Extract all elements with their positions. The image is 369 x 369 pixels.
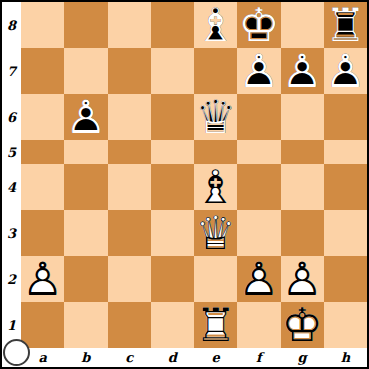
square-a1[interactable] — [21, 302, 64, 348]
piece-fill-glyph: ♚ — [282, 302, 323, 348]
piece-outline-glyph: ♙ — [282, 256, 323, 302]
file-label-text: b — [81, 350, 90, 365]
piece-fill-glyph: ♜ — [195, 302, 236, 348]
square-d3[interactable] — [151, 210, 194, 256]
square-e7[interactable] — [194, 48, 237, 94]
square-h8[interactable]: ♜♖ — [324, 2, 367, 48]
file-label-text: h — [341, 350, 350, 365]
piece-black-pawn[interactable]: ♟♙ — [325, 48, 366, 94]
square-f7[interactable]: ♟♙ — [237, 48, 280, 94]
square-d7[interactable] — [151, 48, 194, 94]
square-a6[interactable] — [21, 94, 64, 140]
file-label-c: c — [108, 348, 151, 367]
rank-label-text: 1 — [7, 318, 16, 333]
square-f3[interactable] — [237, 210, 280, 256]
file-label-text: g — [298, 350, 307, 365]
square-g1[interactable]: ♚♔ — [281, 302, 324, 348]
square-c7[interactable] — [108, 48, 151, 94]
rank-label-4: 4 — [2, 164, 21, 210]
piece-fill-glyph: ♟ — [325, 48, 366, 94]
rank-label-3: 3 — [2, 210, 21, 256]
square-g4[interactable] — [281, 164, 324, 210]
piece-outline-glyph: ♕ — [195, 210, 236, 256]
square-a4[interactable] — [21, 164, 64, 210]
square-e8[interactable]: ♝♗ — [194, 2, 237, 48]
file-label-d: d — [151, 348, 194, 367]
piece-outline-glyph: ♖ — [195, 302, 236, 348]
square-b2[interactable] — [64, 256, 107, 302]
piece-fill-glyph: ♛ — [195, 210, 236, 256]
square-f5[interactable] — [237, 140, 280, 164]
square-a2[interactable]: ♟♙ — [21, 256, 64, 302]
piece-fill-glyph: ♟ — [22, 256, 63, 302]
square-b5[interactable] — [64, 140, 107, 164]
square-d2[interactable] — [151, 256, 194, 302]
square-e1[interactable]: ♜♖ — [194, 302, 237, 348]
square-e4[interactable]: ♝♗ — [194, 164, 237, 210]
piece-fill-glyph: ♛ — [195, 94, 236, 140]
square-d8[interactable] — [151, 2, 194, 48]
square-g8[interactable] — [281, 2, 324, 48]
square-c5[interactable] — [108, 140, 151, 164]
piece-white-bishop[interactable]: ♝♗ — [195, 164, 236, 210]
file-label-text: d — [168, 350, 177, 365]
square-h1[interactable] — [324, 302, 367, 348]
square-d1[interactable] — [151, 302, 194, 348]
square-d5[interactable] — [151, 140, 194, 164]
rank-label-text: 7 — [7, 64, 16, 79]
square-c4[interactable] — [108, 164, 151, 210]
piece-outline-glyph: ♙ — [325, 48, 366, 94]
square-c1[interactable] — [108, 302, 151, 348]
rank-label-7: 7 — [2, 48, 21, 94]
white-to-move-icon — [3, 339, 30, 366]
piece-white-pawn[interactable]: ♟♙ — [282, 256, 323, 302]
piece-outline-glyph: ♔ — [282, 302, 323, 348]
square-g6[interactable] — [281, 94, 324, 140]
rank-label-text: 5 — [7, 145, 16, 160]
square-b8[interactable] — [64, 2, 107, 48]
square-h3[interactable] — [324, 210, 367, 256]
square-b7[interactable] — [64, 48, 107, 94]
square-g3[interactable] — [281, 210, 324, 256]
piece-outline-glyph: ♙ — [238, 256, 279, 302]
piece-white-queen[interactable]: ♛♕ — [195, 210, 236, 256]
square-h4[interactable] — [324, 164, 367, 210]
square-h7[interactable]: ♟♙ — [324, 48, 367, 94]
rank-label-text: 6 — [7, 110, 16, 125]
rank-label-text: 2 — [7, 272, 16, 287]
piece-fill-glyph: ♟ — [238, 256, 279, 302]
file-label-f: f — [237, 348, 280, 367]
piece-black-queen[interactable]: ♛♕ — [195, 94, 236, 140]
rank-label-6: 6 — [2, 94, 21, 140]
piece-white-rook[interactable]: ♜♖ — [195, 302, 236, 348]
square-a8[interactable] — [21, 2, 64, 48]
chess-board: 8♝♗♚♔♜♖7♟♙♟♙♟♙6♟♙♛♕54♝♗3♛♕2♟♙♟♙♟♙1♜♖♚♔ab… — [2, 2, 367, 367]
file-label-text: f — [256, 350, 262, 365]
square-a3[interactable] — [21, 210, 64, 256]
piece-white-king[interactable]: ♚♔ — [282, 302, 323, 348]
piece-outline-glyph: ♙ — [22, 256, 63, 302]
square-b4[interactable] — [64, 164, 107, 210]
square-b6[interactable]: ♟♙ — [64, 94, 107, 140]
square-g7[interactable]: ♟♙ — [281, 48, 324, 94]
piece-black-king[interactable]: ♚♔ — [238, 2, 279, 48]
square-e6[interactable]: ♛♕ — [194, 94, 237, 140]
piece-fill-glyph: ♚ — [238, 2, 279, 48]
piece-outline-glyph: ♗ — [195, 2, 236, 48]
square-c2[interactable] — [108, 256, 151, 302]
square-g5[interactable] — [281, 140, 324, 164]
piece-white-pawn[interactable]: ♟♙ — [238, 256, 279, 302]
rank-label-text: 8 — [7, 18, 16, 33]
file-label-text: a — [38, 350, 46, 365]
square-f2[interactable]: ♟♙ — [237, 256, 280, 302]
file-label-h: h — [324, 348, 367, 367]
piece-black-pawn[interactable]: ♟♙ — [238, 48, 279, 94]
piece-black-pawn[interactable]: ♟♙ — [65, 94, 106, 140]
file-label-b: b — [64, 348, 107, 367]
square-f8[interactable]: ♚♔ — [237, 2, 280, 48]
piece-fill-glyph: ♝ — [195, 2, 236, 48]
piece-white-pawn[interactable]: ♟♙ — [22, 256, 63, 302]
square-d4[interactable] — [151, 164, 194, 210]
square-a7[interactable] — [21, 48, 64, 94]
square-h6[interactable] — [324, 94, 367, 140]
square-f1[interactable] — [237, 302, 280, 348]
square-c6[interactable] — [108, 94, 151, 140]
piece-outline-glyph: ♙ — [65, 94, 106, 140]
square-f6[interactable] — [237, 94, 280, 140]
piece-outline-glyph: ♔ — [238, 2, 279, 48]
square-b3[interactable] — [64, 210, 107, 256]
piece-black-bishop[interactable]: ♝♗ — [195, 2, 236, 48]
piece-outline-glyph: ♗ — [195, 164, 236, 210]
piece-fill-glyph: ♟ — [65, 94, 106, 140]
square-d6[interactable] — [151, 94, 194, 140]
square-e5[interactable] — [194, 140, 237, 164]
piece-outline-glyph: ♖ — [325, 2, 366, 48]
chess-diagram: 8♝♗♚♔♜♖7♟♙♟♙♟♙6♟♙♛♕54♝♗3♛♕2♟♙♟♙♟♙1♜♖♚♔ab… — [0, 0, 369, 369]
piece-outline-glyph: ♙ — [282, 48, 323, 94]
square-c3[interactable] — [108, 210, 151, 256]
square-a5[interactable] — [21, 140, 64, 164]
square-e3[interactable]: ♛♕ — [194, 210, 237, 256]
rank-label-5: 5 — [2, 140, 21, 164]
rank-label-2: 2 — [2, 256, 21, 302]
rank-label-text: 4 — [7, 180, 16, 195]
piece-fill-glyph: ♟ — [282, 48, 323, 94]
piece-fill-glyph: ♟ — [238, 48, 279, 94]
rank-label-8: 8 — [2, 2, 21, 48]
piece-outline-glyph: ♙ — [238, 48, 279, 94]
file-label-text: e — [211, 350, 219, 365]
square-f4[interactable] — [237, 164, 280, 210]
square-b1[interactable] — [64, 302, 107, 348]
square-h5[interactable] — [324, 140, 367, 164]
piece-fill-glyph: ♟ — [282, 256, 323, 302]
file-label-g: g — [281, 348, 324, 367]
file-label-text: c — [125, 350, 133, 365]
file-label-e: e — [194, 348, 237, 367]
rank-label-text: 3 — [7, 226, 16, 241]
piece-black-pawn[interactable]: ♟♙ — [282, 48, 323, 94]
piece-fill-glyph: ♝ — [195, 164, 236, 210]
square-g2[interactable]: ♟♙ — [281, 256, 324, 302]
square-h2[interactable] — [324, 256, 367, 302]
piece-black-rook[interactable]: ♜♖ — [325, 2, 366, 48]
square-c8[interactable] — [108, 2, 151, 48]
piece-fill-glyph: ♜ — [325, 2, 366, 48]
piece-outline-glyph: ♕ — [195, 94, 236, 140]
square-e2[interactable] — [194, 256, 237, 302]
